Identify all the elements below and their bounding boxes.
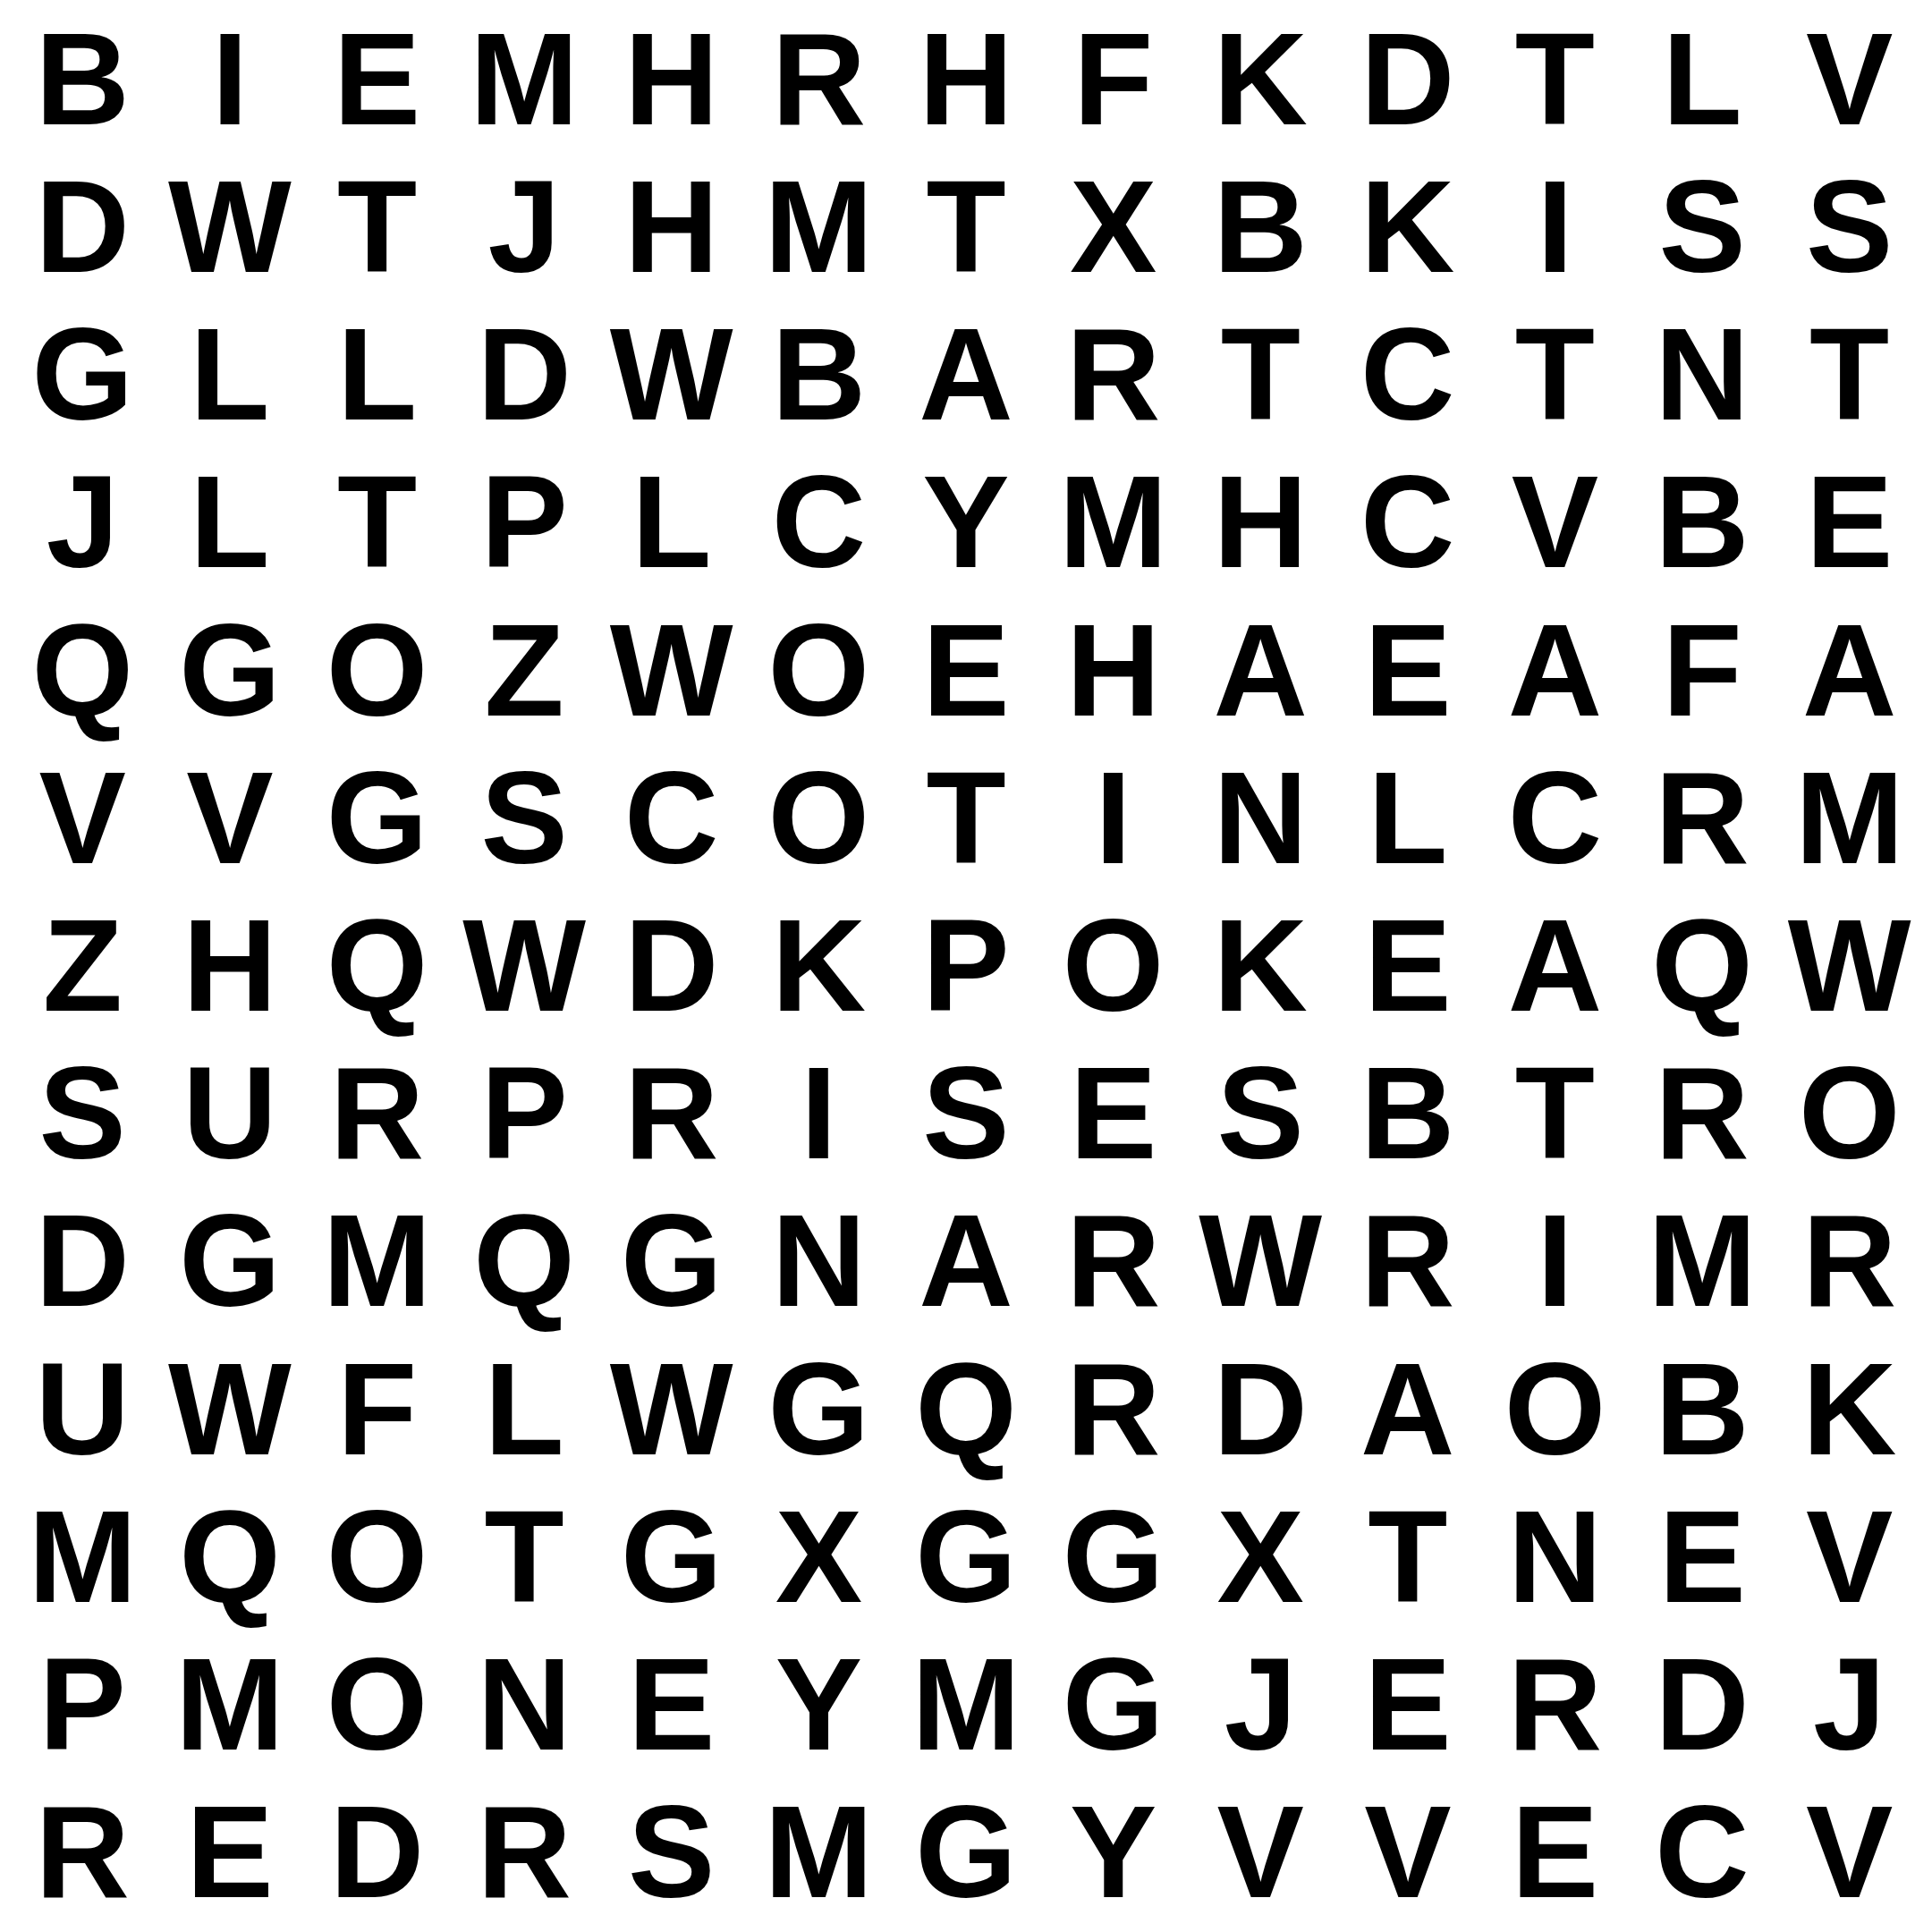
grid-cell[interactable]: S bbox=[1629, 153, 1776, 301]
grid-cell[interactable]: P bbox=[451, 1040, 598, 1188]
grid-cell[interactable]: X bbox=[1187, 1483, 1335, 1631]
grid-cell[interactable]: R bbox=[1039, 301, 1187, 448]
grid-cell[interactable]: L bbox=[303, 301, 451, 448]
grid-cell[interactable]: Y bbox=[1039, 1779, 1187, 1927]
grid-cell[interactable]: D bbox=[303, 1779, 451, 1927]
grid-cell[interactable]: E bbox=[1775, 449, 1923, 597]
grid-cell[interactable]: L bbox=[451, 1335, 598, 1483]
grid-cell[interactable]: B bbox=[9, 5, 157, 153]
grid-cell[interactable]: X bbox=[745, 1483, 893, 1631]
grid-cell[interactable]: S bbox=[597, 1779, 745, 1927]
grid-cell[interactable]: L bbox=[157, 449, 304, 597]
grid-cell[interactable]: M bbox=[9, 1483, 157, 1631]
grid-cell[interactable]: I bbox=[745, 1040, 893, 1188]
grid-cell[interactable]: G bbox=[157, 597, 304, 744]
grid-cell[interactable]: J bbox=[451, 153, 598, 301]
grid-cell[interactable]: G bbox=[893, 1779, 1040, 1927]
grid-cell[interactable]: T bbox=[303, 153, 451, 301]
grid-cell[interactable]: V bbox=[1187, 1779, 1335, 1927]
grid-cell[interactable]: H bbox=[1187, 449, 1335, 597]
grid-cell[interactable]: K bbox=[745, 892, 893, 1039]
grid-cell[interactable]: O bbox=[745, 597, 893, 744]
grid-cell[interactable]: A bbox=[1775, 597, 1923, 744]
grid-cell[interactable]: E bbox=[1335, 597, 1482, 744]
grid-cell[interactable]: T bbox=[1481, 5, 1629, 153]
grid-cell[interactable]: W bbox=[157, 1335, 304, 1483]
grid-cell[interactable]: V bbox=[1481, 449, 1629, 597]
grid-cell[interactable]: E bbox=[1481, 1779, 1629, 1927]
grid-cell[interactable]: P bbox=[9, 1631, 157, 1779]
grid-cell[interactable]: I bbox=[1039, 744, 1187, 892]
grid-cell[interactable]: V bbox=[9, 744, 157, 892]
grid-cell[interactable]: Q bbox=[451, 1188, 598, 1335]
grid-cell[interactable]: H bbox=[597, 153, 745, 301]
grid-cell[interactable]: I bbox=[1481, 1188, 1629, 1335]
grid-cell[interactable]: R bbox=[1481, 1631, 1629, 1779]
grid-cell[interactable]: O bbox=[303, 1483, 451, 1631]
grid-cell[interactable]: N bbox=[1187, 744, 1335, 892]
grid-cell[interactable]: M bbox=[745, 1779, 893, 1927]
grid-cell[interactable]: G bbox=[893, 1483, 1040, 1631]
grid-cell[interactable]: F bbox=[303, 1335, 451, 1483]
grid-cell[interactable]: L bbox=[1629, 5, 1776, 153]
grid-cell[interactable]: P bbox=[451, 449, 598, 597]
grid-cell[interactable]: C bbox=[1335, 449, 1482, 597]
grid-cell[interactable]: O bbox=[303, 597, 451, 744]
grid-cell[interactable]: A bbox=[893, 301, 1040, 448]
grid-cell[interactable]: P bbox=[893, 892, 1040, 1039]
grid-cell[interactable]: K bbox=[1187, 5, 1335, 153]
grid-cell[interactable]: C bbox=[1335, 301, 1482, 448]
grid-cell[interactable]: G bbox=[745, 1335, 893, 1483]
grid-cell[interactable]: R bbox=[451, 1779, 598, 1927]
grid-cell[interactable]: C bbox=[597, 744, 745, 892]
grid-cell[interactable]: A bbox=[1481, 892, 1629, 1039]
grid-cell[interactable]: R bbox=[1775, 1188, 1923, 1335]
grid-cell[interactable]: S bbox=[9, 1040, 157, 1188]
grid-cell[interactable]: K bbox=[1187, 892, 1335, 1039]
grid-cell[interactable]: T bbox=[1481, 1040, 1629, 1188]
grid-cell[interactable]: G bbox=[597, 1188, 745, 1335]
grid-cell[interactable]: O bbox=[303, 1631, 451, 1779]
grid-cell[interactable]: M bbox=[1775, 744, 1923, 892]
grid-cell[interactable]: N bbox=[1629, 301, 1776, 448]
grid-cell[interactable]: Q bbox=[303, 892, 451, 1039]
grid-cell[interactable]: S bbox=[893, 1040, 1040, 1188]
grid-cell[interactable]: D bbox=[1187, 1335, 1335, 1483]
grid-cell[interactable]: Z bbox=[451, 597, 598, 744]
grid-cell[interactable]: S bbox=[1187, 1040, 1335, 1188]
grid-cell[interactable]: T bbox=[1187, 301, 1335, 448]
grid-cell[interactable]: M bbox=[303, 1188, 451, 1335]
grid-cell[interactable]: O bbox=[1481, 1335, 1629, 1483]
grid-cell[interactable]: T bbox=[893, 153, 1040, 301]
word-search-grid: BIEMHRHFKDTLVDWTJHMTXBKISSGLLDWBARTCTNTJ… bbox=[0, 0, 1932, 1932]
grid-cell[interactable]: Q bbox=[1629, 892, 1776, 1039]
grid-cell[interactable]: W bbox=[1187, 1188, 1335, 1335]
grid-cell[interactable]: R bbox=[1629, 1040, 1776, 1188]
grid-cell[interactable]: F bbox=[1629, 597, 1776, 744]
grid-cell[interactable]: C bbox=[1629, 1779, 1776, 1927]
grid-cell[interactable]: O bbox=[1775, 1040, 1923, 1188]
grid-cell[interactable]: I bbox=[157, 5, 304, 153]
grid-cell[interactable]: L bbox=[1335, 744, 1482, 892]
grid-cell[interactable]: G bbox=[597, 1483, 745, 1631]
grid-cell[interactable]: J bbox=[1775, 1631, 1923, 1779]
grid-cell[interactable]: E bbox=[303, 5, 451, 153]
grid-cell[interactable]: G bbox=[1039, 1631, 1187, 1779]
grid-cell[interactable]: E bbox=[1039, 1040, 1187, 1188]
grid-cell[interactable]: E bbox=[597, 1631, 745, 1779]
grid-cell[interactable]: F bbox=[1039, 5, 1187, 153]
grid-cell[interactable]: D bbox=[9, 1188, 157, 1335]
grid-cell[interactable]: A bbox=[1187, 597, 1335, 744]
grid-cell[interactable]: O bbox=[745, 744, 893, 892]
grid-cell[interactable]: C bbox=[745, 449, 893, 597]
grid-cell[interactable]: B bbox=[1335, 1040, 1482, 1188]
grid-cell[interactable]: M bbox=[157, 1631, 304, 1779]
grid-cell[interactable]: J bbox=[9, 449, 157, 597]
grid-cell[interactable]: G bbox=[9, 301, 157, 448]
grid-cell[interactable]: S bbox=[451, 744, 598, 892]
grid-cell[interactable]: R bbox=[597, 1040, 745, 1188]
grid-cell[interactable]: D bbox=[1629, 1631, 1776, 1779]
grid-cell[interactable]: T bbox=[303, 449, 451, 597]
grid-cell[interactable]: U bbox=[157, 1040, 304, 1188]
grid-cell[interactable]: W bbox=[597, 301, 745, 448]
grid-cell[interactable]: R bbox=[1629, 744, 1776, 892]
grid-cell[interactable]: A bbox=[1481, 597, 1629, 744]
grid-cell[interactable]: W bbox=[1775, 892, 1923, 1039]
grid-cell[interactable]: V bbox=[1335, 1779, 1482, 1927]
grid-cell[interactable]: R bbox=[9, 1779, 157, 1927]
grid-cell[interactable]: M bbox=[1039, 449, 1187, 597]
grid-cell[interactable]: N bbox=[451, 1631, 598, 1779]
grid-cell[interactable]: W bbox=[451, 892, 598, 1039]
grid-cell[interactable]: L bbox=[157, 301, 304, 448]
grid-cell[interactable]: O bbox=[1039, 892, 1187, 1039]
grid-cell[interactable]: G bbox=[1039, 1483, 1187, 1631]
grid-cell[interactable]: E bbox=[1629, 1483, 1776, 1631]
grid-cell[interactable]: H bbox=[157, 892, 304, 1039]
grid-cell[interactable]: R bbox=[745, 5, 893, 153]
grid-cell[interactable]: G bbox=[157, 1188, 304, 1335]
grid-cell[interactable]: Q bbox=[9, 597, 157, 744]
grid-cell[interactable]: B bbox=[1629, 1335, 1776, 1483]
grid-cell[interactable]: M bbox=[1629, 1188, 1776, 1335]
grid-cell[interactable]: A bbox=[893, 1188, 1040, 1335]
grid-cell[interactable]: B bbox=[745, 301, 893, 448]
grid-cell[interactable]: A bbox=[1335, 1335, 1482, 1483]
grid-cell[interactable]: R bbox=[303, 1040, 451, 1188]
grid-cell[interactable]: U bbox=[9, 1335, 157, 1483]
grid-cell[interactable]: T bbox=[893, 744, 1040, 892]
grid-cell[interactable]: E bbox=[893, 597, 1040, 744]
grid-cell[interactable]: K bbox=[1335, 153, 1482, 301]
grid-cell[interactable]: L bbox=[597, 449, 745, 597]
grid-cell[interactable]: M bbox=[893, 1631, 1040, 1779]
grid-cell[interactable]: E bbox=[1335, 892, 1482, 1039]
grid-cell[interactable]: D bbox=[451, 301, 598, 448]
grid-cell[interactable]: S bbox=[1775, 153, 1923, 301]
grid-cell[interactable]: Y bbox=[745, 1631, 893, 1779]
grid-cell[interactable]: H bbox=[1039, 597, 1187, 744]
grid-cell[interactable]: R bbox=[1039, 1188, 1187, 1335]
grid-cell[interactable]: B bbox=[1187, 153, 1335, 301]
grid-cell[interactable]: Q bbox=[157, 1483, 304, 1631]
grid-cell[interactable]: W bbox=[157, 153, 304, 301]
grid-cell[interactable]: H bbox=[597, 5, 745, 153]
grid-cell[interactable]: H bbox=[893, 5, 1040, 153]
grid-cell[interactable]: T bbox=[1335, 1483, 1482, 1631]
grid-cell[interactable]: W bbox=[597, 1335, 745, 1483]
grid-cell[interactable]: Y bbox=[893, 449, 1040, 597]
grid-cell[interactable]: E bbox=[157, 1779, 304, 1927]
grid-cell[interactable]: B bbox=[1629, 449, 1776, 597]
grid-cell[interactable]: N bbox=[1481, 1483, 1629, 1631]
grid-cell[interactable]: V bbox=[157, 744, 304, 892]
grid-cell[interactable]: V bbox=[1775, 5, 1923, 153]
grid-cell[interactable]: D bbox=[9, 153, 157, 301]
grid-cell[interactable]: X bbox=[1039, 153, 1187, 301]
grid-cell[interactable]: M bbox=[745, 153, 893, 301]
grid-cell[interactable]: C bbox=[1481, 744, 1629, 892]
grid-cell[interactable]: E bbox=[1335, 1631, 1482, 1779]
grid-cell[interactable]: D bbox=[597, 892, 745, 1039]
grid-cell[interactable]: W bbox=[597, 597, 745, 744]
grid-cell[interactable]: V bbox=[1775, 1779, 1923, 1927]
grid-cell[interactable]: Q bbox=[893, 1335, 1040, 1483]
grid-cell[interactable]: V bbox=[1775, 1483, 1923, 1631]
grid-cell[interactable]: Z bbox=[9, 892, 157, 1039]
grid-cell[interactable]: I bbox=[1481, 153, 1629, 301]
grid-cell[interactable]: T bbox=[451, 1483, 598, 1631]
grid-cell[interactable]: J bbox=[1187, 1631, 1335, 1779]
grid-cell[interactable]: M bbox=[451, 5, 598, 153]
grid-cell[interactable]: T bbox=[1775, 301, 1923, 448]
grid-cell[interactable]: K bbox=[1775, 1335, 1923, 1483]
grid-cell[interactable]: R bbox=[1039, 1335, 1187, 1483]
grid-cell[interactable]: R bbox=[1335, 1188, 1482, 1335]
grid-cell[interactable]: N bbox=[745, 1188, 893, 1335]
grid-cell[interactable]: G bbox=[303, 744, 451, 892]
grid-cell[interactable]: T bbox=[1481, 301, 1629, 448]
grid-cell[interactable]: D bbox=[1335, 5, 1482, 153]
